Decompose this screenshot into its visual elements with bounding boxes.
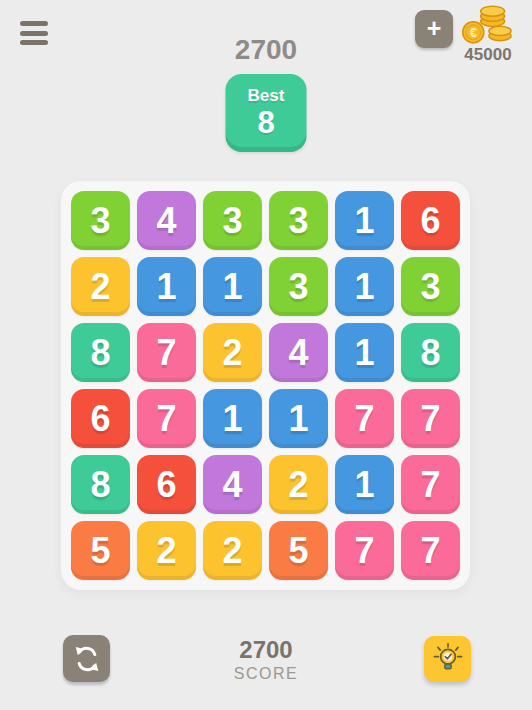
tile-6[interactable]: 6 xyxy=(401,191,460,250)
tile-8[interactable]: 8 xyxy=(71,455,130,514)
tile-1[interactable]: 1 xyxy=(335,257,394,316)
board-grid: 343316211313872418671177864217522577 xyxy=(71,191,460,580)
game-board: 343316211313872418671177864217522577 xyxy=(61,181,470,590)
tile-1[interactable]: 1 xyxy=(203,257,262,316)
tile-8[interactable]: 8 xyxy=(401,323,460,382)
coins-display: € 45000 xyxy=(458,2,518,65)
tile-1[interactable]: 1 xyxy=(269,389,328,448)
coins-amount: 45000 xyxy=(458,45,518,65)
tile-3[interactable]: 3 xyxy=(269,257,328,316)
best-value: 8 xyxy=(257,106,274,140)
add-coins-button[interactable]: + xyxy=(415,10,453,48)
tile-4[interactable]: 4 xyxy=(203,455,262,514)
tile-5[interactable]: 5 xyxy=(71,521,130,580)
plus-icon: + xyxy=(427,16,442,41)
tile-3[interactable]: 3 xyxy=(71,191,130,250)
tile-7[interactable]: 7 xyxy=(137,323,196,382)
tile-1[interactable]: 1 xyxy=(203,389,262,448)
hint-button[interactable] xyxy=(424,636,471,682)
tile-2[interactable]: 2 xyxy=(203,323,262,382)
tile-1[interactable]: 1 xyxy=(335,455,394,514)
tile-1[interactable]: 1 xyxy=(137,257,196,316)
tile-7[interactable]: 7 xyxy=(401,521,460,580)
best-tile-badge: Best 8 xyxy=(226,74,307,152)
tile-3[interactable]: 3 xyxy=(269,191,328,250)
coins-icon: € xyxy=(460,2,516,48)
best-label: Best xyxy=(248,86,285,106)
tile-6[interactable]: 6 xyxy=(71,389,130,448)
tile-2[interactable]: 2 xyxy=(269,455,328,514)
tile-5[interactable]: 5 xyxy=(269,521,328,580)
tile-7[interactable]: 7 xyxy=(401,455,460,514)
tile-3[interactable]: 3 xyxy=(203,191,262,250)
tile-7[interactable]: 7 xyxy=(335,389,394,448)
tile-1[interactable]: 1 xyxy=(335,191,394,250)
tile-1[interactable]: 1 xyxy=(335,323,394,382)
tile-7[interactable]: 7 xyxy=(137,389,196,448)
tile-7[interactable]: 7 xyxy=(401,389,460,448)
tile-8[interactable]: 8 xyxy=(71,323,130,382)
lightbulb-icon xyxy=(431,642,465,676)
hamburger-icon xyxy=(20,21,48,26)
tile-4[interactable]: 4 xyxy=(137,191,196,250)
tile-2[interactable]: 2 xyxy=(71,257,130,316)
tile-7[interactable]: 7 xyxy=(335,521,394,580)
tile-6[interactable]: 6 xyxy=(137,455,196,514)
game-screen: 2700 Best 8 + € 45000 343316 xyxy=(0,0,532,710)
tile-3[interactable]: 3 xyxy=(401,257,460,316)
tile-2[interactable]: 2 xyxy=(137,521,196,580)
svg-text:€: € xyxy=(470,26,477,40)
tile-4[interactable]: 4 xyxy=(269,323,328,382)
tile-2[interactable]: 2 xyxy=(203,521,262,580)
